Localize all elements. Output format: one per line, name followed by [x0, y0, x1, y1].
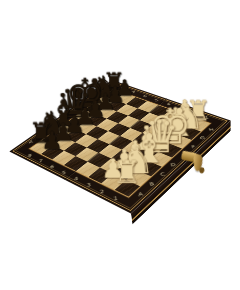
brass-clasp — [179, 143, 217, 180]
square-b6 — [64, 142, 87, 156]
clasp-tip — [199, 167, 205, 173]
scene-tilt: 87654321 87654321 HGFEDCBA HGFEDCBA ♜♟♟♜… — [31, 47, 209, 225]
square-c4 — [99, 144, 122, 158]
square-a4 — [76, 162, 100, 177]
square-d4 — [110, 136, 133, 150]
product-photo-chess-set: 87654321 87654321 HGFEDCBA HGFEDCBA ♜♟♟♜… — [0, 0, 240, 290]
square-e3 — [132, 133, 155, 147]
square-b4 — [88, 153, 112, 168]
perspective-scene: 87654321 87654321 HGFEDCBA HGFEDCBA ♜♟♟♜… — [31, 47, 209, 225]
